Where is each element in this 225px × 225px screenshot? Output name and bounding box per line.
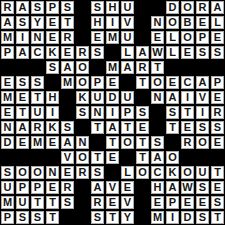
cell-letter: S: [199, 122, 206, 133]
cell-letter: O: [18, 167, 27, 178]
letter-cell-r7c4[interactable]: H: [45, 90, 60, 105]
cell-letter: S: [214, 122, 221, 133]
letter-cell-r12c10[interactable]: O: [135, 165, 150, 180]
cell-letter: T: [34, 197, 41, 208]
block-cell-r14c10: [135, 195, 150, 210]
letter-cell-r9c7[interactable]: T: [90, 120, 105, 135]
cell-letter: M: [63, 77, 72, 88]
cell-letter: O: [78, 152, 87, 163]
letter-cell-r3c8[interactable]: M: [105, 30, 120, 45]
letter-cell-r14c2[interactable]: U: [15, 195, 30, 210]
letter-cell-r14c15[interactable]: S: [210, 195, 225, 210]
letter-cell-r13c5[interactable]: R: [60, 180, 75, 195]
letter-cell-r6c10[interactable]: T: [135, 75, 150, 90]
letter-cell-r1c8[interactable]: H: [105, 0, 120, 15]
letter-cell-r5c5[interactable]: A: [60, 60, 75, 75]
cell-letter: O: [183, 32, 192, 43]
cell-letter: E: [49, 182, 56, 193]
letter-cell-r11c10[interactable]: T: [135, 150, 150, 165]
letter-cell-r2c15[interactable]: L: [210, 15, 225, 30]
cell-letter: S: [4, 167, 11, 178]
letter-cell-r4c15[interactable]: S: [210, 45, 225, 60]
letter-cell-r5c11[interactable]: T: [150, 60, 165, 75]
letter-cell-r7c8[interactable]: D: [105, 90, 120, 105]
cell-letter: T: [49, 197, 56, 208]
letter-cell-r8c8[interactable]: I: [105, 105, 120, 120]
letter-cell-r2c14[interactable]: E: [195, 15, 210, 30]
letter-cell-r4c12[interactable]: L: [165, 45, 180, 60]
letter-cell-r3c4[interactable]: E: [45, 30, 60, 45]
block-cell-r15c10: [135, 210, 150, 225]
letter-cell-r15c12[interactable]: I: [165, 210, 180, 225]
cell-letter: E: [4, 107, 11, 118]
cell-letter: I: [186, 92, 189, 103]
letter-cell-r4c5[interactable]: E: [60, 45, 75, 60]
letter-cell-r12c6[interactable]: R: [75, 165, 90, 180]
letter-cell-r10c15[interactable]: E: [210, 135, 225, 150]
letter-cell-r14c14[interactable]: E: [195, 195, 210, 210]
letter-cell-r13c3[interactable]: P: [30, 180, 45, 195]
cell-letter: E: [49, 17, 56, 28]
cell-letter: T: [214, 167, 221, 178]
cell-letter: E: [109, 152, 116, 163]
letter-cell-r15c15[interactable]: T: [210, 210, 225, 225]
letter-cell-r6c13[interactable]: C: [180, 75, 195, 90]
letter-cell-r12c3[interactable]: O: [30, 165, 45, 180]
block-cell-r8c5: [60, 105, 75, 120]
letter-cell-r11c7[interactable]: T: [90, 150, 105, 165]
block-cell-r11c15: [210, 150, 225, 165]
letter-cell-r13c2[interactable]: P: [15, 180, 30, 195]
cell-letter: C: [34, 47, 42, 58]
cell-letter: A: [94, 182, 102, 193]
letter-cell-r15c9[interactable]: Y: [120, 210, 135, 225]
letter-cell-r12c1[interactable]: S: [0, 165, 15, 180]
letter-cell-r8c9[interactable]: P: [120, 105, 135, 120]
letter-cell-r2c12[interactable]: O: [165, 15, 180, 30]
cell-letter: U: [124, 92, 132, 103]
block-cell-r11c14: [195, 150, 210, 165]
letter-cell-r15c8[interactable]: T: [105, 210, 120, 225]
cell-letter: E: [64, 167, 71, 178]
letter-cell-r5c6[interactable]: O: [75, 60, 90, 75]
letter-cell-r13c11[interactable]: H: [150, 180, 165, 195]
letter-cell-r1c13[interactable]: O: [180, 0, 195, 15]
letter-cell-r13c15[interactable]: E: [210, 180, 225, 195]
cell-letter: D: [4, 137, 12, 148]
letter-cell-r8c15[interactable]: R: [210, 105, 225, 120]
letter-cell-r11c12[interactable]: O: [165, 150, 180, 165]
cell-letter: T: [139, 77, 146, 88]
block-cell-r5c2: [15, 60, 30, 75]
letter-cell-r7c12[interactable]: A: [165, 90, 180, 105]
cell-letter: O: [78, 62, 87, 73]
letter-cell-r9c1[interactable]: N: [0, 120, 15, 135]
letter-cell-r1c9[interactable]: U: [120, 0, 135, 15]
cell-letter: P: [34, 182, 41, 193]
letter-cell-r1c5[interactable]: S: [60, 0, 75, 15]
letter-cell-r10c13[interactable]: R: [180, 135, 195, 150]
letter-cell-r15c3[interactable]: S: [30, 210, 45, 225]
block-cell-r6c4: [45, 75, 60, 90]
cell-letter: S: [199, 47, 206, 58]
letter-cell-r4c11[interactable]: W: [150, 45, 165, 60]
cell-letter: E: [184, 197, 191, 208]
cell-letter: E: [19, 92, 26, 103]
letter-cell-r12c5[interactable]: E: [60, 165, 75, 180]
cell-letter: E: [169, 77, 176, 88]
cell-letter: U: [94, 92, 102, 103]
cell-letter: E: [109, 77, 116, 88]
letter-cell-r7c14[interactable]: V: [195, 90, 210, 105]
letter-cell-r1c7[interactable]: S: [90, 0, 105, 15]
letter-cell-r13c8[interactable]: V: [105, 180, 120, 195]
cell-letter: L: [214, 17, 221, 28]
letter-cell-r14c9[interactable]: V: [120, 195, 135, 210]
letter-cell-r10c6[interactable]: N: [75, 135, 90, 150]
letter-cell-r9c14[interactable]: S: [195, 120, 210, 135]
cell-letter: E: [19, 137, 26, 148]
letter-cell-r6c3[interactable]: S: [30, 75, 45, 90]
letter-cell-r9c2[interactable]: A: [15, 120, 30, 135]
cell-letter: R: [79, 167, 87, 178]
letter-cell-r6c5[interactable]: M: [60, 75, 75, 90]
cell-letter: Y: [34, 17, 41, 28]
letter-cell-r2c3[interactable]: Y: [30, 15, 45, 30]
letter-cell-r1c14[interactable]: R: [195, 0, 210, 15]
cell-letter: P: [169, 197, 176, 208]
letter-cell-r7c2[interactable]: E: [15, 90, 30, 105]
letter-cell-r3c12[interactable]: L: [165, 30, 180, 45]
letter-cell-r6c15[interactable]: P: [210, 75, 225, 90]
letter-cell-r15c2[interactable]: S: [15, 210, 30, 225]
letter-cell-r12c11[interactable]: C: [150, 165, 165, 180]
letter-cell-r4c3[interactable]: C: [30, 45, 45, 60]
letter-cell-r1c15[interactable]: A: [210, 0, 225, 15]
letter-cell-r4c13[interactable]: E: [180, 45, 195, 60]
letter-cell-r13c1[interactable]: U: [0, 180, 15, 195]
cell-letter: R: [184, 137, 192, 148]
block-cell-r13c6: [75, 180, 90, 195]
cell-letter: A: [19, 47, 27, 58]
letter-cell-r8c6[interactable]: S: [75, 105, 90, 120]
block-cell-r1c10: [135, 0, 150, 15]
block-cell-r3c6: [75, 30, 90, 45]
cell-letter: I: [111, 17, 114, 28]
letter-cell-r14c3[interactable]: T: [30, 195, 45, 210]
letter-cell-r3c7[interactable]: E: [90, 30, 105, 45]
letter-cell-r15c11[interactable]: M: [150, 210, 165, 225]
block-cell-r1c6: [75, 0, 90, 15]
cell-letter: I: [201, 107, 204, 118]
letter-cell-r11c5[interactable]: V: [60, 150, 75, 165]
letter-cell-r12c14[interactable]: U: [195, 165, 210, 180]
letter-cell-r4c2[interactable]: A: [15, 45, 30, 60]
letter-cell-r3c15[interactable]: E: [210, 30, 225, 45]
letter-cell-r13c9[interactable]: E: [120, 180, 135, 195]
letter-cell-r12c2[interactable]: O: [15, 165, 30, 180]
cell-letter: M: [108, 32, 117, 43]
letter-cell-r2c4[interactable]: E: [45, 15, 60, 30]
block-cell-r15c6: [75, 210, 90, 225]
letter-cell-r8c14[interactable]: I: [195, 105, 210, 120]
letter-cell-r13c13[interactable]: W: [180, 180, 195, 195]
letter-cell-r10c1[interactable]: D: [0, 135, 15, 150]
block-cell-r11c1: [0, 150, 15, 165]
cell-letter: S: [19, 77, 26, 88]
letter-cell-r8c3[interactable]: U: [30, 105, 45, 120]
cell-letter: P: [4, 212, 11, 223]
letter-cell-r3c3[interactable]: N: [30, 30, 45, 45]
letter-cell-r13c4[interactable]: E: [45, 180, 60, 195]
letter-cell-r7c13[interactable]: I: [180, 90, 195, 105]
block-cell-r1c11: [150, 0, 165, 15]
cell-letter: I: [111, 107, 114, 118]
cell-letter: E: [184, 122, 191, 133]
letter-cell-r14c7[interactable]: R: [90, 195, 105, 210]
letter-cell-r6c12[interactable]: E: [165, 75, 180, 90]
cell-letter: A: [4, 17, 12, 28]
letter-cell-r10c10[interactable]: T: [135, 135, 150, 150]
letter-cell-r9c9[interactable]: T: [120, 120, 135, 135]
cell-letter: L: [124, 47, 131, 58]
letter-cell-r14c12[interactable]: P: [165, 195, 180, 210]
cell-letter: S: [214, 47, 221, 58]
cell-letter: E: [199, 197, 206, 208]
cell-letter: U: [199, 167, 207, 178]
letter-cell-r1c3[interactable]: S: [30, 0, 45, 15]
letter-cell-r4c1[interactable]: P: [0, 45, 15, 60]
letter-cell-r6c6[interactable]: O: [75, 75, 90, 90]
letter-cell-r1c2[interactable]: A: [15, 0, 30, 15]
letter-cell-r14c13[interactable]: E: [180, 195, 195, 210]
letter-cell-r12c13[interactable]: O: [180, 165, 195, 180]
letter-cell-r12c7[interactable]: S: [90, 165, 105, 180]
letter-cell-r10c9[interactable]: O: [120, 135, 135, 150]
cell-letter: E: [199, 17, 206, 28]
letter-cell-r12c4[interactable]: N: [45, 165, 60, 180]
letter-cell-r15c14[interactable]: S: [195, 210, 210, 225]
cell-letter: T: [124, 122, 131, 133]
letter-cell-r7c3[interactable]: T: [30, 90, 45, 105]
letter-cell-r10c8[interactable]: T: [105, 135, 120, 150]
letter-cell-r13c7[interactable]: A: [90, 180, 105, 195]
cell-letter: A: [169, 182, 177, 193]
letter-cell-r10c14[interactable]: O: [195, 135, 210, 150]
cell-letter: N: [49, 167, 57, 178]
cell-letter: D: [169, 2, 177, 13]
letter-cell-r14c8[interactable]: E: [105, 195, 120, 210]
letter-cell-r10c3[interactable]: M: [30, 135, 45, 150]
letter-cell-r13c14[interactable]: S: [195, 180, 210, 195]
block-cell-r8c11: [150, 105, 165, 120]
letter-cell-r15c1[interactable]: P: [0, 210, 15, 225]
letter-cell-r9c15[interactable]: S: [210, 120, 225, 135]
letter-cell-r5c9[interactable]: A: [120, 60, 135, 75]
letter-cell-r8c10[interactable]: S: [135, 105, 150, 120]
letter-cell-r2c7[interactable]: H: [90, 15, 105, 30]
cell-letter: N: [4, 122, 12, 133]
letter-cell-r7c15[interactable]: E: [210, 90, 225, 105]
cell-letter: S: [64, 122, 71, 133]
letter-cell-r8c7[interactable]: N: [90, 105, 105, 120]
block-cell-r5c12: [165, 60, 180, 75]
cell-letter: O: [78, 77, 87, 88]
cell-letter: P: [19, 182, 26, 193]
letter-cell-r9c8[interactable]: A: [105, 120, 120, 135]
block-cell-r6c9: [120, 75, 135, 90]
letter-cell-r4c7[interactable]: S: [90, 45, 105, 60]
letter-cell-r1c12[interactable]: D: [165, 0, 180, 15]
letter-cell-r3c5[interactable]: R: [60, 30, 75, 45]
cell-letter: K: [49, 47, 57, 58]
cell-letter: A: [19, 122, 27, 133]
letter-cell-r14c1[interactable]: M: [0, 195, 15, 210]
cell-letter: D: [184, 212, 192, 223]
letter-cell-r8c12[interactable]: S: [165, 105, 180, 120]
cell-letter: T: [169, 122, 176, 133]
cell-letter: S: [94, 167, 101, 178]
cell-letter: V: [64, 152, 71, 163]
letter-cell-r4c9[interactable]: L: [120, 45, 135, 60]
letter-cell-r3c9[interactable]: U: [120, 30, 135, 45]
letter-cell-r6c2[interactable]: S: [15, 75, 30, 90]
letter-cell-r2c9[interactable]: V: [120, 15, 135, 30]
letter-cell-r12c9[interactable]: L: [120, 165, 135, 180]
cell-letter: W: [182, 182, 192, 193]
cell-letter: R: [199, 2, 207, 13]
letter-cell-r6c1[interactable]: E: [0, 75, 15, 90]
letter-cell-r4c14[interactable]: S: [195, 45, 210, 60]
letter-cell-r5c10[interactable]: R: [135, 60, 150, 75]
letter-cell-r7c9[interactable]: U: [120, 90, 135, 105]
letter-cell-r8c4[interactable]: I: [45, 105, 60, 120]
cell-letter: A: [139, 47, 147, 58]
cell-letter: K: [79, 92, 87, 103]
cell-letter: V: [124, 197, 131, 208]
cell-letter: H: [109, 2, 117, 13]
letter-cell-r15c4[interactable]: T: [45, 210, 60, 225]
letter-cell-r10c4[interactable]: E: [45, 135, 60, 150]
letter-cell-r9c5[interactable]: S: [60, 120, 75, 135]
letter-cell-r6c11[interactable]: O: [150, 75, 165, 90]
cell-letter: V: [109, 182, 116, 193]
letter-cell-r3c2[interactable]: I: [15, 30, 30, 45]
letter-cell-r12c15[interactable]: T: [210, 165, 225, 180]
cell-letter: U: [124, 32, 132, 43]
cell-letter: M: [108, 62, 117, 73]
letter-cell-r1c4[interactable]: P: [45, 0, 60, 15]
letter-cell-r2c5[interactable]: T: [60, 15, 75, 30]
cell-letter: L: [169, 47, 176, 58]
cell-letter: S: [64, 197, 71, 208]
block-cell-r11c3: [30, 150, 45, 165]
letter-cell-r3c13[interactable]: O: [180, 30, 195, 45]
cell-letter: R: [94, 197, 102, 208]
letter-cell-r14c4[interactable]: T: [45, 195, 60, 210]
letter-cell-r2c11[interactable]: N: [150, 15, 165, 30]
letter-cell-r3c1[interactable]: M: [0, 30, 15, 45]
letter-cell-r8c2[interactable]: T: [15, 105, 30, 120]
letter-cell-r14c11[interactable]: E: [150, 195, 165, 210]
letter-cell-r7c1[interactable]: M: [0, 90, 15, 105]
cell-letter: T: [214, 212, 221, 223]
letter-cell-r2c2[interactable]: S: [15, 15, 30, 30]
letter-cell-r6c7[interactable]: P: [90, 75, 105, 90]
cell-letter: S: [79, 107, 86, 118]
letter-cell-r10c5[interactable]: A: [60, 135, 75, 150]
letter-cell-r9c4[interactable]: K: [45, 120, 60, 135]
cell-letter: L: [169, 32, 176, 43]
letter-cell-r4c4[interactable]: K: [45, 45, 60, 60]
letter-cell-r9c10[interactable]: E: [135, 120, 150, 135]
letter-cell-r6c8[interactable]: E: [105, 75, 120, 90]
cell-letter: I: [51, 107, 54, 118]
block-cell-r5c7: [90, 60, 105, 75]
letter-cell-r11c11[interactable]: A: [150, 150, 165, 165]
letter-cell-r10c11[interactable]: S: [150, 135, 165, 150]
block-cell-r5c3: [30, 60, 45, 75]
cell-letter: S: [49, 62, 56, 73]
cell-letter: A: [109, 122, 117, 133]
cell-letter: I: [171, 212, 174, 223]
cell-letter: S: [94, 2, 101, 13]
cell-letter: O: [183, 167, 192, 178]
letter-cell-r11c8[interactable]: E: [105, 150, 120, 165]
cell-letter: P: [199, 32, 206, 43]
letter-cell-r11c6[interactable]: O: [75, 150, 90, 165]
cell-letter: A: [199, 77, 207, 88]
letter-cell-r2c13[interactable]: B: [180, 15, 195, 30]
letter-cell-r1c1[interactable]: R: [0, 0, 15, 15]
letter-cell-r15c13[interactable]: D: [180, 210, 195, 225]
letter-cell-r8c13[interactable]: T: [180, 105, 195, 120]
letter-cell-r2c1[interactable]: A: [0, 15, 15, 30]
letter-cell-r4c10[interactable]: A: [135, 45, 150, 60]
letter-cell-r10c2[interactable]: E: [15, 135, 30, 150]
letter-cell-r7c11[interactable]: N: [150, 90, 165, 105]
cell-letter: P: [214, 77, 221, 88]
cell-letter: A: [64, 62, 72, 73]
letter-cell-r2c8[interactable]: I: [105, 15, 120, 30]
letter-cell-r13c12[interactable]: A: [165, 180, 180, 195]
letter-cell-r5c4[interactable]: S: [45, 60, 60, 75]
cell-letter: T: [34, 92, 41, 103]
letter-cell-r9c12[interactable]: T: [165, 120, 180, 135]
letter-cell-r9c3[interactable]: R: [30, 120, 45, 135]
letter-cell-r12c12[interactable]: K: [165, 165, 180, 180]
letter-cell-r4c6[interactable]: R: [75, 45, 90, 60]
letter-cell-r6c14[interactable]: A: [195, 75, 210, 90]
letter-cell-r3c11[interactable]: E: [150, 30, 165, 45]
letter-cell-r7c6[interactable]: K: [75, 90, 90, 105]
letter-cell-r5c8[interactable]: M: [105, 60, 120, 75]
cell-letter: M: [3, 197, 12, 208]
cell-letter: T: [19, 107, 26, 118]
cell-letter: T: [94, 122, 101, 133]
letter-cell-r3c14[interactable]: P: [195, 30, 210, 45]
cell-letter: T: [94, 152, 101, 163]
letter-cell-r14c5[interactable]: S: [60, 195, 75, 210]
cell-letter: P: [49, 2, 56, 13]
cell-letter: S: [34, 2, 41, 13]
block-cell-r10c7: [90, 135, 105, 150]
letter-cell-r8c1[interactable]: E: [0, 105, 15, 120]
cell-letter: I: [21, 32, 24, 43]
letter-cell-r15c7[interactable]: S: [90, 210, 105, 225]
letter-cell-r9c13[interactable]: E: [180, 120, 195, 135]
letter-cell-r7c7[interactable]: U: [90, 90, 105, 105]
